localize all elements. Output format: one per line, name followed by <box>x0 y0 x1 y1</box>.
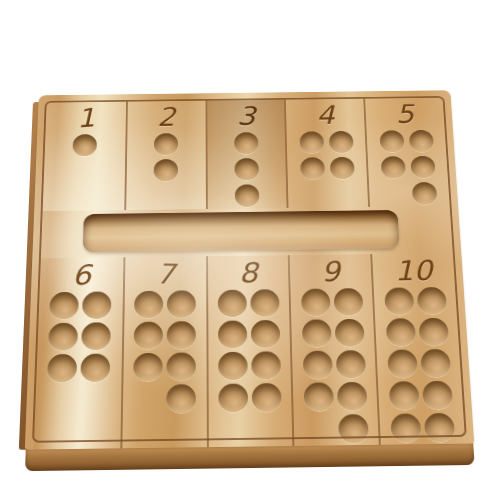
column-8: 8 <box>206 255 293 447</box>
hole[interactable] <box>134 291 163 319</box>
hole[interactable] <box>303 351 333 379</box>
hole[interactable] <box>251 351 281 379</box>
column-2-holes <box>136 130 196 183</box>
hole[interactable] <box>218 290 247 318</box>
hole[interactable] <box>82 291 111 319</box>
column-1: 1 <box>43 102 126 211</box>
hole[interactable] <box>251 320 281 348</box>
column-4-holes <box>296 128 357 181</box>
hole[interactable] <box>82 322 112 350</box>
hole[interactable] <box>167 352 196 380</box>
hole[interactable] <box>167 321 196 349</box>
column-7: 7 <box>120 256 206 448</box>
hole[interactable] <box>299 131 324 153</box>
column-6-holes <box>45 290 113 385</box>
board-face: 1 2 3 4 5 <box>25 90 474 449</box>
hole[interactable] <box>422 381 453 410</box>
hole[interactable] <box>218 352 248 380</box>
hole[interactable] <box>338 414 369 443</box>
column-3-label: 3 <box>206 101 285 128</box>
hole[interactable] <box>380 156 405 178</box>
column-9: 9 <box>288 254 379 446</box>
column-10: 10 <box>370 253 465 445</box>
hole[interactable] <box>408 130 433 152</box>
board-inner: 1 2 3 4 5 <box>34 98 465 441</box>
hole[interactable] <box>167 290 196 318</box>
column-6-label: 6 <box>40 260 124 288</box>
column-4: 4 <box>284 99 368 208</box>
hole[interactable] <box>81 354 111 382</box>
hole[interactable] <box>73 134 98 156</box>
hole[interactable] <box>154 159 178 181</box>
hole[interactable] <box>301 289 331 317</box>
hole[interactable] <box>410 155 435 177</box>
column-7-label: 7 <box>124 259 206 287</box>
hole[interactable] <box>416 287 446 315</box>
hole[interactable] <box>250 289 279 317</box>
hole[interactable] <box>218 383 248 412</box>
hole[interactable] <box>47 354 77 382</box>
hole[interactable] <box>235 184 260 207</box>
hole[interactable] <box>379 130 404 152</box>
hole[interactable] <box>337 382 368 411</box>
hole[interactable] <box>387 349 418 377</box>
hole[interactable] <box>303 382 333 411</box>
hole[interactable] <box>234 132 258 154</box>
column-4-label: 4 <box>286 101 364 127</box>
hole[interactable] <box>154 133 178 155</box>
column-2: 2 <box>124 101 205 210</box>
middle-band <box>41 206 453 258</box>
top-row: 1 2 3 4 5 <box>43 98 450 211</box>
column-9-label: 9 <box>290 255 373 285</box>
column-5-holes <box>376 127 440 206</box>
hole[interactable] <box>420 349 451 377</box>
product-photo: 1 2 3 4 5 <box>0 0 500 500</box>
column-1-label: 1 <box>46 102 127 133</box>
hole[interactable] <box>423 413 454 442</box>
hole[interactable] <box>390 413 421 442</box>
column-7-holes <box>131 288 198 415</box>
column-8-holes <box>216 287 284 414</box>
hole[interactable] <box>388 381 419 410</box>
column-5: 5 <box>363 98 449 207</box>
hole[interactable] <box>333 288 363 316</box>
hole[interactable] <box>218 320 247 348</box>
column-10-label: 10 <box>372 256 454 284</box>
column-6: 6 <box>34 257 124 449</box>
column-3-holes <box>217 129 278 208</box>
hole[interactable] <box>329 131 354 153</box>
column-10-holes <box>382 285 457 444</box>
column-5-label: 5 <box>365 100 444 126</box>
column-3: 3 <box>205 100 287 209</box>
hole[interactable] <box>385 318 415 346</box>
column-1-holes <box>55 131 115 158</box>
hole[interactable] <box>302 319 332 347</box>
hole[interactable] <box>133 353 163 381</box>
hole[interactable] <box>418 318 449 346</box>
counting-board: 1 2 3 4 5 <box>24 90 476 473</box>
column-9-holes <box>299 286 371 446</box>
column-2-label: 2 <box>127 103 205 129</box>
hole[interactable] <box>330 156 355 178</box>
hole[interactable] <box>300 157 325 179</box>
hole[interactable] <box>336 350 366 378</box>
counter-tray[interactable] <box>83 210 400 253</box>
hole[interactable] <box>134 322 163 350</box>
hole[interactable] <box>411 182 437 205</box>
hole[interactable] <box>48 323 78 351</box>
bottom-row: 6 7 8 9 10 <box>34 253 466 449</box>
hole[interactable] <box>50 292 80 320</box>
hole[interactable] <box>334 319 364 347</box>
hole[interactable] <box>384 287 414 315</box>
hole[interactable] <box>167 384 197 413</box>
column-8-label: 8 <box>208 258 289 286</box>
hole[interactable] <box>234 158 258 180</box>
hole[interactable] <box>252 383 282 412</box>
